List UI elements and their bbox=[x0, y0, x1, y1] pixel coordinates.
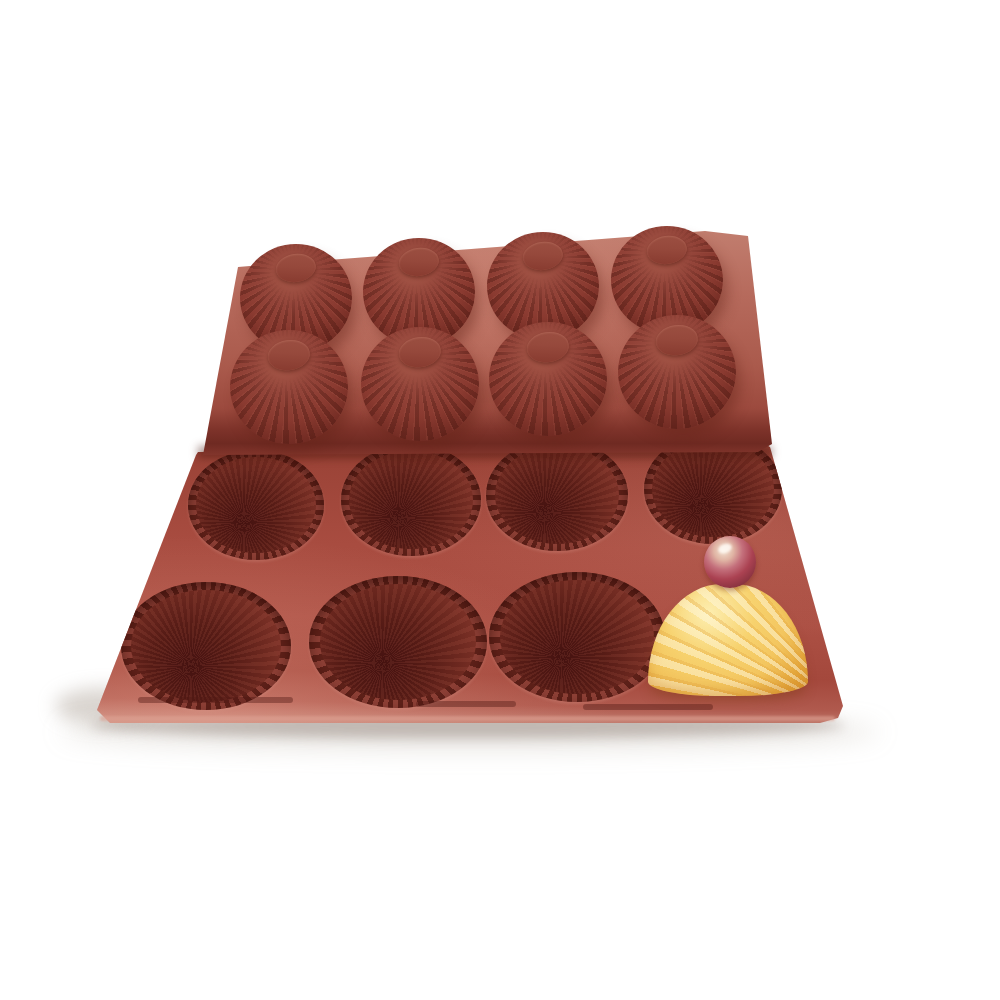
cavity-bowl bbox=[349, 451, 472, 550]
cavity-bowl bbox=[320, 584, 477, 700]
mold-dome-row2-col4 bbox=[618, 315, 736, 429]
cavity-row1-col1 bbox=[188, 450, 324, 560]
cavity-bowl bbox=[131, 590, 281, 703]
embossed-marking-left bbox=[138, 697, 293, 703]
cavity-bowl bbox=[196, 457, 316, 554]
cavity-bowl bbox=[500, 580, 655, 694]
product-photo-stage bbox=[0, 0, 1000, 1000]
cavity-row2-col1 bbox=[121, 582, 291, 710]
mold-dome-row2-col2 bbox=[361, 327, 479, 441]
mold-dome-row2-col3 bbox=[489, 322, 607, 436]
cavity-row2-col3 bbox=[489, 572, 665, 702]
embossed-marking-center bbox=[416, 701, 516, 707]
cavity-row2-col2 bbox=[309, 576, 487, 708]
glaze-ball-highlight bbox=[716, 542, 732, 555]
front-mold-bottom-edge-highlight bbox=[100, 716, 835, 721]
cavity-row1-col2 bbox=[341, 444, 481, 556]
mold-dome-row2-col1 bbox=[230, 330, 348, 444]
embossed-marking-right bbox=[583, 704, 713, 710]
dessert-glaze-ball bbox=[704, 536, 756, 588]
cavity-bowl bbox=[495, 446, 620, 545]
